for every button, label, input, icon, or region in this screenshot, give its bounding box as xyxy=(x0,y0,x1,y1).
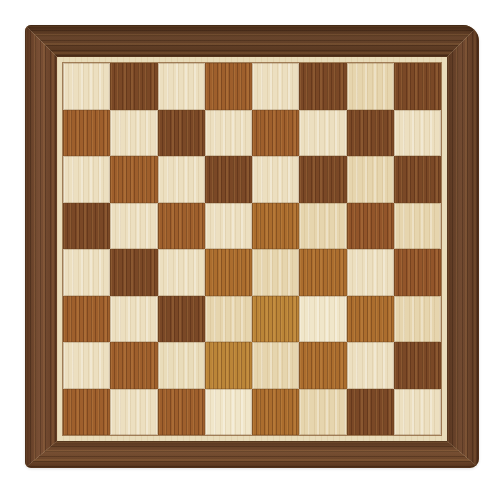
square-h3[interactable] xyxy=(394,296,441,343)
square-h4[interactable] xyxy=(394,249,441,296)
square-c3[interactable] xyxy=(158,296,205,343)
square-f7[interactable] xyxy=(299,110,346,157)
chessboard xyxy=(25,25,479,468)
square-f8[interactable] xyxy=(299,63,346,110)
square-d3[interactable] xyxy=(205,296,252,343)
square-c6[interactable] xyxy=(158,156,205,203)
square-f3[interactable] xyxy=(299,296,346,343)
square-h5[interactable] xyxy=(394,203,441,250)
square-h8[interactable] xyxy=(394,63,441,110)
square-e2[interactable] xyxy=(252,342,299,389)
square-f6[interactable] xyxy=(299,156,346,203)
square-b6[interactable] xyxy=(110,156,157,203)
square-d1[interactable] xyxy=(205,389,252,436)
square-e1[interactable] xyxy=(252,389,299,436)
square-a3[interactable] xyxy=(63,296,110,343)
square-a7[interactable] xyxy=(63,110,110,157)
square-f1[interactable] xyxy=(299,389,346,436)
square-b5[interactable] xyxy=(110,203,157,250)
square-e7[interactable] xyxy=(252,110,299,157)
square-c7[interactable] xyxy=(158,110,205,157)
square-g6[interactable] xyxy=(347,156,394,203)
square-d7[interactable] xyxy=(205,110,252,157)
square-g2[interactable] xyxy=(347,342,394,389)
square-b2[interactable] xyxy=(110,342,157,389)
square-f5[interactable] xyxy=(299,203,346,250)
square-e8[interactable] xyxy=(252,63,299,110)
square-c8[interactable] xyxy=(158,63,205,110)
product-photo xyxy=(0,0,500,497)
square-g7[interactable] xyxy=(347,110,394,157)
square-g1[interactable] xyxy=(347,389,394,436)
square-d6[interactable] xyxy=(205,156,252,203)
square-c5[interactable] xyxy=(158,203,205,250)
square-a6[interactable] xyxy=(63,156,110,203)
square-b4[interactable] xyxy=(110,249,157,296)
square-a2[interactable] xyxy=(63,342,110,389)
square-e6[interactable] xyxy=(252,156,299,203)
square-e5[interactable] xyxy=(252,203,299,250)
square-d5[interactable] xyxy=(205,203,252,250)
square-g3[interactable] xyxy=(347,296,394,343)
square-h1[interactable] xyxy=(394,389,441,436)
board-frame-top xyxy=(25,25,479,57)
board-grid xyxy=(62,62,442,436)
square-e4[interactable] xyxy=(252,249,299,296)
square-a1[interactable] xyxy=(63,389,110,436)
square-b1[interactable] xyxy=(110,389,157,436)
square-a8[interactable] xyxy=(63,63,110,110)
square-f2[interactable] xyxy=(299,342,346,389)
square-f4[interactable] xyxy=(299,249,346,296)
square-d2[interactable] xyxy=(205,342,252,389)
square-d4[interactable] xyxy=(205,249,252,296)
square-g4[interactable] xyxy=(347,249,394,296)
square-b3[interactable] xyxy=(110,296,157,343)
board-inlay-border xyxy=(57,57,447,441)
square-h6[interactable] xyxy=(394,156,441,203)
square-a5[interactable] xyxy=(63,203,110,250)
square-e3[interactable] xyxy=(252,296,299,343)
square-c2[interactable] xyxy=(158,342,205,389)
square-d8[interactable] xyxy=(205,63,252,110)
square-c1[interactable] xyxy=(158,389,205,436)
square-a4[interactable] xyxy=(63,249,110,296)
board-frame-left xyxy=(25,25,57,468)
square-g5[interactable] xyxy=(347,203,394,250)
square-b8[interactable] xyxy=(110,63,157,110)
board-frame-right xyxy=(447,25,479,468)
board-frame-bottom xyxy=(25,441,479,468)
square-b7[interactable] xyxy=(110,110,157,157)
square-h7[interactable] xyxy=(394,110,441,157)
square-h2[interactable] xyxy=(394,342,441,389)
square-c4[interactable] xyxy=(158,249,205,296)
square-g8[interactable] xyxy=(347,63,394,110)
